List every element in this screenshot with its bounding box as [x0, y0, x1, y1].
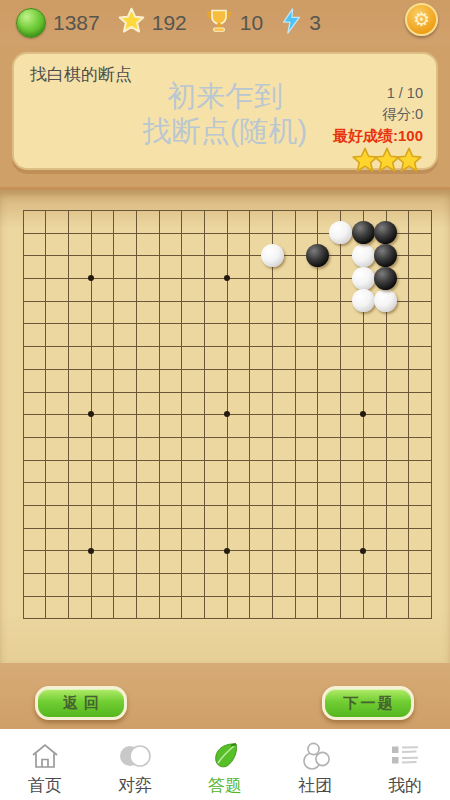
board-cell[interactable] [181, 346, 204, 369]
board-cell[interactable] [113, 505, 136, 528]
board-cell[interactable] [272, 369, 295, 392]
go-board[interactable] [23, 210, 433, 620]
board-cell[interactable] [317, 550, 340, 573]
board-cell[interactable] [227, 346, 250, 369]
board-cell[interactable] [317, 323, 340, 346]
board-cell[interactable] [136, 528, 159, 551]
board-cell[interactable] [136, 573, 159, 596]
board-cell[interactable] [340, 210, 363, 233]
board-cell[interactable] [136, 392, 159, 415]
board-cell[interactable] [91, 505, 114, 528]
board-cell[interactable] [386, 278, 409, 301]
board-cell[interactable] [295, 255, 318, 278]
board-cell[interactable] [317, 278, 340, 301]
board-cell[interactable] [113, 233, 136, 256]
board-cell[interactable] [136, 278, 159, 301]
board-cell[interactable] [68, 528, 91, 551]
board-cell[interactable] [295, 233, 318, 256]
board-cell[interactable] [91, 301, 114, 324]
board-cell[interactable] [363, 528, 386, 551]
board-cell[interactable] [340, 550, 363, 573]
board-cell[interactable] [249, 233, 272, 256]
board-cell[interactable] [204, 301, 227, 324]
board-cell[interactable] [113, 301, 136, 324]
board-cell[interactable] [340, 414, 363, 437]
board-cell[interactable] [317, 437, 340, 460]
board-cell[interactable] [68, 210, 91, 233]
board-cell[interactable] [340, 255, 363, 278]
next-question-button[interactable]: 下一题 [322, 686, 414, 720]
board-cell[interactable] [363, 482, 386, 505]
board-cell[interactable] [23, 437, 46, 460]
board-cell[interactable] [317, 596, 340, 619]
board-cell[interactable] [295, 392, 318, 415]
board-cell[interactable] [204, 346, 227, 369]
board-cell[interactable] [295, 528, 318, 551]
board-cell[interactable] [68, 301, 91, 324]
board-cell[interactable] [386, 528, 409, 551]
board-cell[interactable] [23, 482, 46, 505]
board-cell[interactable] [363, 437, 386, 460]
board-cell[interactable] [386, 210, 409, 233]
board-cell[interactable] [136, 369, 159, 392]
board-cell[interactable] [91, 482, 114, 505]
board-cell[interactable] [68, 255, 91, 278]
board-cell[interactable] [113, 460, 136, 483]
board-cell[interactable] [363, 460, 386, 483]
board-cell[interactable] [295, 323, 318, 346]
board-cell[interactable] [272, 255, 295, 278]
board-cell[interactable] [249, 346, 272, 369]
board-cell[interactable] [295, 505, 318, 528]
board-cell[interactable] [91, 414, 114, 437]
board-cell[interactable] [340, 482, 363, 505]
board-cell[interactable] [363, 414, 386, 437]
board-cell[interactable] [295, 573, 318, 596]
board-cell[interactable] [136, 505, 159, 528]
board-cell[interactable] [159, 505, 182, 528]
board-cell[interactable] [340, 323, 363, 346]
board-cell[interactable] [159, 369, 182, 392]
board-cell[interactable] [340, 460, 363, 483]
board-cell[interactable] [45, 482, 68, 505]
board-cell[interactable] [249, 414, 272, 437]
board-cell[interactable] [68, 414, 91, 437]
board-cell[interactable] [249, 550, 272, 573]
board-cell[interactable] [45, 437, 68, 460]
board-cell[interactable] [386, 346, 409, 369]
board-cell[interactable] [136, 233, 159, 256]
board-cell[interactable] [23, 233, 46, 256]
board-cell[interactable] [23, 550, 46, 573]
board-cell[interactable] [68, 573, 91, 596]
board-cell[interactable] [181, 278, 204, 301]
board-cell[interactable] [363, 505, 386, 528]
board-cell[interactable] [227, 505, 250, 528]
board-cell[interactable] [249, 437, 272, 460]
board-cell[interactable] [204, 596, 227, 619]
board-cell[interactable] [68, 482, 91, 505]
board-cell[interactable] [91, 392, 114, 415]
board-cell[interactable] [136, 437, 159, 460]
nav-item-mine[interactable]: 我的 [360, 729, 450, 800]
board-cell[interactable] [386, 369, 409, 392]
board-cell[interactable] [408, 255, 431, 278]
board-cell[interactable] [408, 301, 431, 324]
board-cell[interactable] [227, 528, 250, 551]
board-cell[interactable] [249, 301, 272, 324]
board-cell[interactable] [91, 278, 114, 301]
board-cell[interactable] [91, 255, 114, 278]
board-cell[interactable] [113, 255, 136, 278]
board-cell[interactable] [136, 346, 159, 369]
board-cell[interactable] [68, 233, 91, 256]
board-cell[interactable] [113, 482, 136, 505]
board-cell[interactable] [249, 596, 272, 619]
board-cell[interactable] [159, 301, 182, 324]
board-cell[interactable] [45, 346, 68, 369]
board-cell[interactable] [181, 573, 204, 596]
board-cell[interactable] [23, 528, 46, 551]
board-cell[interactable] [204, 278, 227, 301]
board-cell[interactable] [340, 437, 363, 460]
board-cell[interactable] [68, 392, 91, 415]
board-cell[interactable] [317, 346, 340, 369]
board-cell[interactable] [340, 346, 363, 369]
board-cell[interactable] [136, 301, 159, 324]
board-cell[interactable] [159, 278, 182, 301]
board-cell[interactable] [91, 437, 114, 460]
board-cell[interactable] [159, 550, 182, 573]
board-cell[interactable] [136, 414, 159, 437]
board-cell[interactable] [227, 233, 250, 256]
board-cell[interactable] [136, 460, 159, 483]
board-cell[interactable] [386, 392, 409, 415]
board-cell[interactable] [272, 596, 295, 619]
board-cell[interactable] [272, 301, 295, 324]
board-cell[interactable] [23, 505, 46, 528]
board-cell[interactable] [272, 278, 295, 301]
board-cell[interactable] [227, 323, 250, 346]
board-cell[interactable] [68, 369, 91, 392]
go-board-grid[interactable] [23, 210, 432, 619]
board-cell[interactable] [295, 346, 318, 369]
board-cell[interactable] [408, 573, 431, 596]
board-cell[interactable] [181, 210, 204, 233]
nav-item-home[interactable]: 首页 [0, 729, 90, 800]
board-cell[interactable] [227, 414, 250, 437]
board-cell[interactable] [340, 233, 363, 256]
board-cell[interactable] [113, 323, 136, 346]
board-cell[interactable] [408, 210, 431, 233]
board-cell[interactable] [249, 323, 272, 346]
board-cell[interactable] [45, 596, 68, 619]
board-cell[interactable] [386, 301, 409, 324]
board-cell[interactable] [113, 596, 136, 619]
board-cell[interactable] [136, 550, 159, 573]
board-cell[interactable] [159, 460, 182, 483]
board-cell[interactable] [386, 505, 409, 528]
board-cell[interactable] [340, 392, 363, 415]
board-cell[interactable] [249, 573, 272, 596]
board-cell[interactable] [91, 346, 114, 369]
board-cell[interactable] [45, 573, 68, 596]
board-cell[interactable] [159, 210, 182, 233]
board-cell[interactable] [227, 573, 250, 596]
board-cell[interactable] [249, 392, 272, 415]
board-cell[interactable] [340, 596, 363, 619]
board-cell[interactable] [204, 505, 227, 528]
board-cell[interactable] [317, 414, 340, 437]
board-cell[interactable] [68, 550, 91, 573]
board-cell[interactable] [408, 460, 431, 483]
board-cell[interactable] [227, 392, 250, 415]
board-cell[interactable] [295, 278, 318, 301]
board-cell[interactable] [204, 550, 227, 573]
board-cell[interactable] [159, 323, 182, 346]
board-cell[interactable] [317, 233, 340, 256]
board-cell[interactable] [317, 573, 340, 596]
board-cell[interactable] [91, 233, 114, 256]
board-cell[interactable] [408, 392, 431, 415]
board-cell[interactable] [363, 233, 386, 256]
board-cell[interactable] [181, 596, 204, 619]
board-cell[interactable] [204, 210, 227, 233]
board-cell[interactable] [272, 233, 295, 256]
board-cell[interactable] [363, 369, 386, 392]
board-cell[interactable] [295, 482, 318, 505]
board-cell[interactable] [159, 528, 182, 551]
board-cell[interactable] [363, 323, 386, 346]
board-cell[interactable] [408, 505, 431, 528]
board-cell[interactable] [386, 550, 409, 573]
board-cell[interactable] [317, 482, 340, 505]
board-cell[interactable] [181, 437, 204, 460]
board-cell[interactable] [159, 414, 182, 437]
board-cell[interactable] [317, 210, 340, 233]
board-cell[interactable] [317, 369, 340, 392]
board-cell[interactable] [272, 437, 295, 460]
board-cell[interactable] [317, 255, 340, 278]
board-cell[interactable] [113, 392, 136, 415]
board-cell[interactable] [249, 528, 272, 551]
board-cell[interactable] [363, 573, 386, 596]
board-cell[interactable] [340, 369, 363, 392]
board-cell[interactable] [181, 301, 204, 324]
board-cell[interactable] [68, 278, 91, 301]
board-cell[interactable] [159, 233, 182, 256]
board-cell[interactable] [408, 550, 431, 573]
board-cell[interactable] [408, 233, 431, 256]
board-cell[interactable] [68, 596, 91, 619]
board-cell[interactable] [136, 210, 159, 233]
board-cell[interactable] [295, 369, 318, 392]
board-cell[interactable] [408, 278, 431, 301]
board-cell[interactable] [23, 573, 46, 596]
board-cell[interactable] [272, 346, 295, 369]
board-cell[interactable] [68, 437, 91, 460]
board-cell[interactable] [204, 369, 227, 392]
board-cell[interactable] [181, 482, 204, 505]
board-cell[interactable] [113, 346, 136, 369]
board-cell[interactable] [204, 437, 227, 460]
board-cell[interactable] [23, 210, 46, 233]
board-cell[interactable] [91, 369, 114, 392]
board-cell[interactable] [68, 460, 91, 483]
back-button[interactable]: 返回 [35, 686, 127, 720]
board-cell[interactable] [317, 505, 340, 528]
board-cell[interactable] [272, 323, 295, 346]
board-cell[interactable] [23, 301, 46, 324]
board-cell[interactable] [181, 414, 204, 437]
board-cell[interactable] [181, 460, 204, 483]
board-cell[interactable] [113, 210, 136, 233]
board-cell[interactable] [204, 323, 227, 346]
board-cell[interactable] [23, 346, 46, 369]
board-cell[interactable] [204, 233, 227, 256]
board-cell[interactable] [68, 323, 91, 346]
board-cell[interactable] [45, 233, 68, 256]
board-cell[interactable] [340, 301, 363, 324]
board-cell[interactable] [227, 301, 250, 324]
board-cell[interactable] [45, 392, 68, 415]
board-cell[interactable] [272, 414, 295, 437]
board-cell[interactable] [295, 550, 318, 573]
board-cell[interactable] [204, 573, 227, 596]
board-cell[interactable] [45, 460, 68, 483]
board-cell[interactable] [272, 482, 295, 505]
board-cell[interactable] [204, 414, 227, 437]
board-cell[interactable] [249, 255, 272, 278]
board-cell[interactable] [23, 392, 46, 415]
board-cell[interactable] [408, 346, 431, 369]
board-cell[interactable] [159, 573, 182, 596]
board-cell[interactable] [408, 482, 431, 505]
board-cell[interactable] [159, 346, 182, 369]
board-cell[interactable] [204, 255, 227, 278]
board-cell[interactable] [181, 255, 204, 278]
board-cell[interactable] [181, 505, 204, 528]
board-cell[interactable] [23, 323, 46, 346]
board-cell[interactable] [272, 392, 295, 415]
board-cell[interactable] [136, 323, 159, 346]
board-cell[interactable] [249, 482, 272, 505]
board-cell[interactable] [363, 255, 386, 278]
board-cell[interactable] [45, 278, 68, 301]
board-cell[interactable] [204, 460, 227, 483]
board-cell[interactable] [386, 437, 409, 460]
board-cell[interactable] [227, 460, 250, 483]
board-cell[interactable] [317, 392, 340, 415]
board-cell[interactable] [159, 392, 182, 415]
board-cell[interactable] [227, 550, 250, 573]
board-cell[interactable] [45, 505, 68, 528]
board-cell[interactable] [45, 528, 68, 551]
board-cell[interactable] [363, 596, 386, 619]
board-cell[interactable] [91, 323, 114, 346]
board-cell[interactable] [113, 369, 136, 392]
board-cell[interactable] [181, 392, 204, 415]
board-cell[interactable] [363, 392, 386, 415]
board-cell[interactable] [23, 596, 46, 619]
board-cell[interactable] [227, 278, 250, 301]
board-cell[interactable] [272, 550, 295, 573]
board-cell[interactable] [181, 233, 204, 256]
board-cell[interactable] [181, 323, 204, 346]
board-cell[interactable] [23, 414, 46, 437]
board-cell[interactable] [113, 414, 136, 437]
board-cell[interactable] [91, 210, 114, 233]
board-cell[interactable] [386, 255, 409, 278]
board-cell[interactable] [340, 278, 363, 301]
board-cell[interactable] [227, 369, 250, 392]
board-cell[interactable] [159, 482, 182, 505]
board-cell[interactable] [295, 460, 318, 483]
board-cell[interactable] [249, 460, 272, 483]
board-cell[interactable] [317, 528, 340, 551]
board-cell[interactable] [204, 528, 227, 551]
nav-item-play[interactable]: 对弈 [90, 729, 180, 800]
board-cell[interactable] [363, 278, 386, 301]
board-cell[interactable] [45, 550, 68, 573]
board-cell[interactable] [23, 369, 46, 392]
nav-item-quiz[interactable]: 答题 [180, 729, 270, 800]
board-cell[interactable] [91, 460, 114, 483]
board-cell[interactable] [159, 437, 182, 460]
board-cell[interactable] [317, 460, 340, 483]
board-cell[interactable] [272, 573, 295, 596]
board-cell[interactable] [408, 414, 431, 437]
board-cell[interactable] [113, 437, 136, 460]
board-cell[interactable] [68, 346, 91, 369]
board-cell[interactable] [295, 414, 318, 437]
board-cell[interactable] [295, 301, 318, 324]
board-cell[interactable] [227, 210, 250, 233]
board-cell[interactable] [159, 255, 182, 278]
board-cell[interactable] [181, 550, 204, 573]
board-cell[interactable] [363, 346, 386, 369]
board-cell[interactable] [23, 278, 46, 301]
board-cell[interactable] [363, 210, 386, 233]
board-cell[interactable] [295, 437, 318, 460]
board-cell[interactable] [227, 482, 250, 505]
board-cell[interactable] [408, 323, 431, 346]
board-cell[interactable] [204, 482, 227, 505]
board-cell[interactable] [272, 505, 295, 528]
board-cell[interactable] [45, 255, 68, 278]
board-cell[interactable] [113, 550, 136, 573]
board-cell[interactable] [386, 482, 409, 505]
board-cell[interactable] [295, 210, 318, 233]
board-cell[interactable] [23, 255, 46, 278]
board-cell[interactable] [136, 596, 159, 619]
settings-button[interactable]: ⚙ [405, 3, 438, 36]
board-cell[interactable] [408, 596, 431, 619]
board-cell[interactable] [113, 573, 136, 596]
board-cell[interactable] [113, 528, 136, 551]
board-cell[interactable] [272, 210, 295, 233]
board-cell[interactable] [91, 528, 114, 551]
board-cell[interactable] [159, 596, 182, 619]
board-cell[interactable] [136, 255, 159, 278]
board-cell[interactable] [363, 550, 386, 573]
board-cell[interactable] [204, 392, 227, 415]
board-cell[interactable] [68, 505, 91, 528]
board-cell[interactable] [91, 573, 114, 596]
board-cell[interactable] [386, 414, 409, 437]
board-cell[interactable] [340, 505, 363, 528]
board-cell[interactable] [45, 414, 68, 437]
